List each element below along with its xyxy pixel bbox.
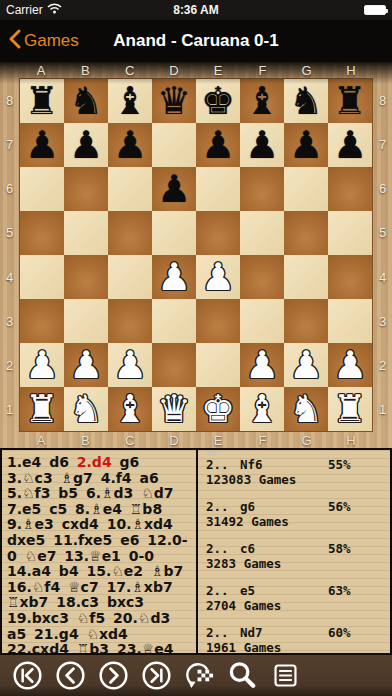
square-a3[interactable] <box>20 299 64 343</box>
square-a4[interactable] <box>20 255 64 299</box>
black-pawn[interactable]: ♟ <box>201 126 235 164</box>
next-move-icon <box>98 660 129 691</box>
black-pawn[interactable]: ♟ <box>333 126 367 164</box>
square-f4[interactable] <box>240 255 284 299</box>
white-pawn[interactable]: ♟ <box>333 346 367 384</box>
rank-label: 5 <box>373 211 392 255</box>
square-b6[interactable] <box>64 167 108 211</box>
square-b2[interactable]: ♟ <box>64 343 108 387</box>
file-label: F <box>240 433 284 448</box>
square-h8[interactable]: ♜ <box>328 79 372 123</box>
move-list[interactable]: 1.e4 d6 2.d4 g6 3.♘c3 ♗g7 4.f4 a6 5.♘f3 … <box>0 450 198 653</box>
square-d3[interactable] <box>152 299 196 343</box>
book-score-percent: 58% <box>328 542 351 556</box>
black-pawn[interactable]: ♟ <box>113 126 147 164</box>
black-bishop[interactable]: ♝ <box>245 82 279 120</box>
flip-board-icon <box>184 660 215 691</box>
clock: 8:36 AM <box>0 3 392 17</box>
book-entry[interactable]: 2..e563%2704 Games <box>206 584 384 613</box>
square-d4[interactable]: ♟ <box>152 255 196 299</box>
rank-label: 8 <box>0 78 19 122</box>
search-icon <box>227 659 258 692</box>
white-rook[interactable]: ♜ <box>25 390 59 428</box>
book-entry[interactable]: 2..c658%3283 Games <box>206 542 384 571</box>
black-pawn[interactable]: ♟ <box>289 126 323 164</box>
square-h3[interactable] <box>328 299 372 343</box>
previous-move-icon <box>55 660 86 691</box>
rank-label: 6 <box>0 167 19 211</box>
file-labels-bottom: ABCDEFGH <box>0 432 392 448</box>
book-move-number: 2.. <box>206 542 240 556</box>
square-b7[interactable]: ♟ <box>64 123 108 167</box>
book-move-number: 2.. <box>206 458 240 472</box>
black-knight[interactable]: ♞ <box>69 82 103 120</box>
white-pawn[interactable]: ♟ <box>25 346 59 384</box>
square-a8[interactable]: ♜ <box>20 79 64 123</box>
file-label: B <box>63 433 107 448</box>
go-to-end-button[interactable] <box>141 660 172 691</box>
square-d6[interactable]: ♟ <box>152 167 196 211</box>
square-b3[interactable] <box>64 299 108 343</box>
rank-labels-right: 87654321 <box>373 78 392 432</box>
book-move: g6 <box>240 500 328 514</box>
square-f5[interactable] <box>240 211 284 255</box>
square-f7[interactable]: ♟ <box>240 123 284 167</box>
file-label: D <box>152 433 196 448</box>
file-label: E <box>196 433 240 448</box>
square-g8[interactable]: ♞ <box>284 79 328 123</box>
back-button[interactable]: Games <box>0 29 79 53</box>
bottom-toolbar <box>0 655 392 696</box>
rank-label: 2 <box>373 344 392 388</box>
white-pawn[interactable]: ♟ <box>69 346 103 384</box>
book-move: Nd7 <box>240 626 328 640</box>
square-c1[interactable]: ♝ <box>108 387 152 431</box>
previous-move-button[interactable] <box>55 660 86 691</box>
book-games-count: 123083 Games <box>206 472 384 487</box>
square-d8[interactable]: ♛ <box>152 79 196 123</box>
rank-label: 4 <box>373 255 392 299</box>
square-e4[interactable]: ♟ <box>196 255 240 299</box>
square-g4[interactable] <box>284 255 328 299</box>
square-f8[interactable]: ♝ <box>240 79 284 123</box>
search-button[interactable] <box>227 660 258 691</box>
black-pawn[interactable]: ♟ <box>69 126 103 164</box>
square-d5[interactable] <box>152 211 196 255</box>
book-games-count: 2704 Games <box>206 598 384 613</box>
black-pawn[interactable]: ♟ <box>157 170 191 208</box>
nav-bar: Anand - Caruana 0-1 Games <box>0 20 392 62</box>
square-b1[interactable]: ♞ <box>64 387 108 431</box>
white-pawn[interactable]: ♟ <box>245 346 279 384</box>
square-e8[interactable]: ♚ <box>196 79 240 123</box>
black-pawn[interactable]: ♟ <box>245 126 279 164</box>
square-c4[interactable] <box>108 255 152 299</box>
square-h5[interactable] <box>328 211 372 255</box>
file-label: C <box>108 433 152 448</box>
book-entry[interactable]: 2..Nf655%123083 Games <box>206 458 384 487</box>
file-label: G <box>285 63 329 78</box>
file-label: E <box>196 63 240 78</box>
white-rook[interactable]: ♜ <box>333 390 367 428</box>
book-score-percent: 56% <box>328 500 351 514</box>
rank-label: 3 <box>373 299 392 343</box>
square-a5[interactable] <box>20 211 64 255</box>
file-label: G <box>285 433 329 448</box>
white-bishop[interactable]: ♝ <box>245 390 279 428</box>
square-c7[interactable]: ♟ <box>108 123 152 167</box>
book-move-number: 2.. <box>206 500 240 514</box>
square-f2[interactable]: ♟ <box>240 343 284 387</box>
square-e5[interactable] <box>196 211 240 255</box>
book-move: Nf6 <box>240 458 328 472</box>
square-e1[interactable]: ♚ <box>196 387 240 431</box>
black-rook[interactable]: ♜ <box>25 82 59 120</box>
square-f1[interactable]: ♝ <box>240 387 284 431</box>
notation-area: 1.e4 d6 2.d4 g6 3.♘c3 ♗g7 4.f4 a6 5.♘f3 … <box>0 448 392 655</box>
book-entry[interactable]: 2..Nd760%1961 Games <box>206 626 384 653</box>
file-label: F <box>240 63 284 78</box>
rank-label: 5 <box>0 211 19 255</box>
white-knight[interactable]: ♞ <box>289 390 323 428</box>
rank-label: 8 <box>373 78 392 122</box>
square-f6[interactable] <box>240 167 284 211</box>
move-list-button[interactable] <box>270 660 301 691</box>
square-b8[interactable]: ♞ <box>64 79 108 123</box>
moves-after-current: g6 3.♘c3 ♗g7 4.f4 a6 5.♘f3 b5 6.♗d3 ♘d7 … <box>7 454 188 653</box>
white-pawn[interactable]: ♟ <box>113 346 147 384</box>
book-games-count: 1961 Games <box>206 640 384 653</box>
square-c5[interactable] <box>108 211 152 255</box>
black-bishop[interactable]: ♝ <box>113 82 147 120</box>
square-g5[interactable] <box>284 211 328 255</box>
battery-icon <box>364 5 386 15</box>
black-queen[interactable]: ♛ <box>157 82 191 120</box>
square-h4[interactable] <box>328 255 372 299</box>
go-to-end-icon <box>141 660 172 691</box>
scroll-indicator <box>206 451 218 456</box>
rank-label: 1 <box>373 388 392 432</box>
square-h2[interactable]: ♟ <box>328 343 372 387</box>
square-d7[interactable] <box>152 123 196 167</box>
square-f3[interactable] <box>240 299 284 343</box>
square-c8[interactable]: ♝ <box>108 79 152 123</box>
square-a6[interactable] <box>20 167 64 211</box>
file-label: C <box>108 63 152 78</box>
black-pawn[interactable]: ♟ <box>25 126 59 164</box>
square-d1[interactable]: ♛ <box>152 387 196 431</box>
status-bar: Carrier 8:36 AM <box>0 0 392 20</box>
file-label: B <box>63 63 107 78</box>
rank-label: 2 <box>0 344 19 388</box>
opening-book-pane[interactable]: 2..Nf655%123083 Games2..g656%31492 Games… <box>198 450 392 653</box>
white-pawn[interactable]: ♟ <box>289 346 323 384</box>
rank-label: 6 <box>373 167 392 211</box>
square-g1[interactable]: ♞ <box>284 387 328 431</box>
book-score-percent: 60% <box>328 626 351 640</box>
square-h7[interactable]: ♟ <box>328 123 372 167</box>
square-e2[interactable] <box>196 343 240 387</box>
square-a7[interactable]: ♟ <box>20 123 64 167</box>
book-score-percent: 63% <box>328 584 351 598</box>
square-c6[interactable] <box>108 167 152 211</box>
white-pawn[interactable]: ♟ <box>201 258 235 296</box>
next-move-button[interactable] <box>98 660 129 691</box>
square-h6[interactable] <box>328 167 372 211</box>
white-bishop[interactable]: ♝ <box>113 390 147 428</box>
square-a2[interactable]: ♟ <box>20 343 64 387</box>
white-pawn[interactable]: ♟ <box>157 258 191 296</box>
file-labels-top: ABCDEFGH <box>0 62 392 78</box>
flip-board-button[interactable] <box>184 660 215 691</box>
back-chevron-icon <box>8 29 21 53</box>
rank-label: 7 <box>0 122 19 166</box>
square-g7[interactable]: ♟ <box>284 123 328 167</box>
black-rook[interactable]: ♜ <box>333 82 367 120</box>
book-move-number: 2.. <box>206 584 240 598</box>
book-games-count: 3283 Games <box>206 556 384 571</box>
rank-label: 4 <box>0 255 19 299</box>
rank-label: 1 <box>0 388 19 432</box>
book-entry[interactable]: 2..g656%31492 Games <box>206 500 384 529</box>
white-king[interactable]: ♚ <box>201 390 235 428</box>
book-score-percent: 55% <box>328 458 351 472</box>
square-g2[interactable]: ♟ <box>284 343 328 387</box>
square-h1[interactable]: ♜ <box>328 387 372 431</box>
move-list-icon <box>271 661 300 690</box>
square-c2[interactable]: ♟ <box>108 343 152 387</box>
white-queen[interactable]: ♛ <box>157 390 191 428</box>
go-to-start-icon <box>12 660 43 691</box>
chess-board[interactable]: ♜♞♝♛♚♝♞♜♟♟♟♟♟♟♟♟♟♟♟♟♟♟♟♟♜♞♝♛♚♝♞♜ <box>19 78 373 432</box>
rank-labels-left: 87654321 <box>0 78 19 432</box>
black-knight[interactable]: ♞ <box>289 82 323 120</box>
file-label: A <box>19 433 63 448</box>
square-b5[interactable] <box>64 211 108 255</box>
black-king[interactable]: ♚ <box>201 82 235 120</box>
moves-before-current: 1.e4 d6 <box>7 454 77 470</box>
square-e3[interactable] <box>196 299 240 343</box>
white-knight[interactable]: ♞ <box>69 390 103 428</box>
book-move: e5 <box>240 584 328 598</box>
file-label: A <box>19 63 63 78</box>
go-to-start-button[interactable] <box>12 660 43 691</box>
rank-label: 7 <box>373 122 392 166</box>
square-a1[interactable]: ♜ <box>20 387 64 431</box>
square-d2[interactable] <box>152 343 196 387</box>
board-section: ABCDEFGH 87654321 ♜♞♝♛♚♝♞♜♟♟♟♟♟♟♟♟♟♟♟♟♟♟… <box>0 62 392 448</box>
file-label: H <box>329 63 373 78</box>
square-c3[interactable] <box>108 299 152 343</box>
book-games-count: 31492 Games <box>206 514 384 529</box>
book-move-number: 2.. <box>206 626 240 640</box>
current-move[interactable]: 2.d4 <box>77 454 112 470</box>
back-button-label: Games <box>24 31 79 51</box>
book-move: c6 <box>240 542 328 556</box>
file-label: D <box>152 63 196 78</box>
square-e7[interactable]: ♟ <box>196 123 240 167</box>
rank-label: 3 <box>0 299 19 343</box>
square-g6[interactable] <box>284 167 328 211</box>
square-b4[interactable] <box>64 255 108 299</box>
square-g3[interactable] <box>284 299 328 343</box>
file-label: H <box>329 433 373 448</box>
square-e6[interactable] <box>196 167 240 211</box>
